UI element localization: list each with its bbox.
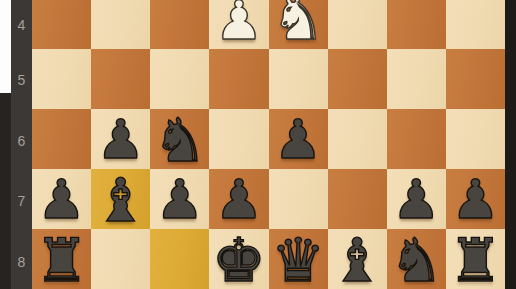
rank-label-7: 7 [11,191,32,211]
square-a6[interactable] [446,109,505,169]
square-c8[interactable]: ♝ [328,229,387,289]
square-e6[interactable] [209,109,268,169]
square-f7[interactable]: ♟ [150,169,209,229]
square-d4[interactable]: ♞ [269,0,328,49]
black-pawn-f7[interactable]: ♟ [156,173,204,227]
black-queen-d8[interactable]: ♛ [271,230,325,289]
square-d7[interactable] [269,169,328,229]
square-d6[interactable]: ♟ [269,109,328,169]
rank-label-6: 6 [11,131,32,151]
black-pawn-d6[interactable]: ♟ [274,113,322,167]
black-bishop-g7[interactable]: ♝ [94,170,148,230]
square-f8-highlighted[interactable] [150,229,209,289]
square-a5[interactable] [446,49,505,109]
square-c5[interactable] [328,49,387,109]
black-pawn-h7[interactable]: ♟ [37,173,85,227]
square-b4[interactable] [387,0,446,49]
white-knight-d4[interactable]: ♞ [271,0,325,48]
square-b8[interactable]: ♞ [387,229,446,289]
square-f5[interactable] [150,49,209,109]
square-a7[interactable]: ♟ [446,169,505,229]
square-a4[interactable] [446,0,505,49]
square-c6[interactable] [328,109,387,169]
right-dark-strip [505,0,516,289]
square-h6[interactable] [32,109,91,169]
square-e5[interactable] [209,49,268,109]
black-bishop-c8[interactable]: ♝ [330,230,384,289]
black-rook-a8[interactable]: ♜ [449,230,503,289]
square-b6[interactable] [387,109,446,169]
board-grid: ♟ ♞ ♟ ♞ [32,0,505,289]
square-g5[interactable] [91,49,150,109]
square-b5[interactable] [387,49,446,109]
black-knight-b8[interactable]: ♞ [389,230,443,289]
square-g8[interactable] [91,229,150,289]
square-d8[interactable]: ♛ [269,229,328,289]
square-h7[interactable]: ♟ [32,169,91,229]
black-pawn-b7[interactable]: ♟ [392,173,440,227]
square-g7-highlighted[interactable]: ♝ [91,169,150,229]
square-e8[interactable]: ♚ [209,229,268,289]
square-d5[interactable] [269,49,328,109]
square-b7[interactable]: ♟ [387,169,446,229]
square-c7[interactable] [328,169,387,229]
black-knight-f6[interactable]: ♞ [153,110,207,170]
square-h8[interactable]: ♜ [32,229,91,289]
square-e7[interactable]: ♟ [209,169,268,229]
white-panel-edge [0,0,11,93]
square-f4[interactable] [150,0,209,49]
square-g4[interactable] [91,0,150,49]
rank-coordinates-sidebar: 4 5 6 7 8 [11,0,32,289]
chess-app-screen: 4 5 6 7 8 ♟ ♞ [0,0,516,289]
rank-label-4: 4 [11,15,32,35]
black-pawn-e7[interactable]: ♟ [215,173,263,227]
square-f6[interactable]: ♞ [150,109,209,169]
square-h5[interactable] [32,49,91,109]
black-pawn-a7[interactable]: ♟ [451,173,499,227]
black-rook-h8[interactable]: ♜ [35,230,89,289]
black-king-e8[interactable]: ♚ [212,230,266,289]
black-pawn-g6[interactable]: ♟ [96,113,144,167]
chess-board: ♟ ♞ ♟ ♞ [32,0,505,289]
rank-label-8: 8 [11,252,32,272]
square-a8[interactable]: ♜ [446,229,505,289]
square-c4[interactable] [328,0,387,49]
square-h4[interactable] [32,0,91,49]
square-e4[interactable]: ♟ [209,0,268,49]
rank-label-5: 5 [11,70,32,90]
square-g6[interactable]: ♟ [91,109,150,169]
white-pawn-e4[interactable]: ♟ [215,0,263,48]
